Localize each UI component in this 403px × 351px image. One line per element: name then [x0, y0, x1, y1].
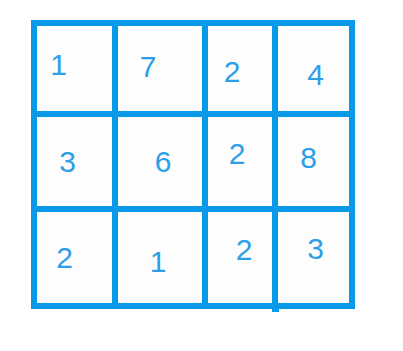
cell-value: 1 [150, 247, 167, 277]
cell-value: 2 [224, 57, 241, 87]
cell-value: 2 [236, 235, 253, 265]
cell-value: 2 [56, 243, 73, 273]
cell-value: 1 [50, 50, 67, 80]
cell-r3c1: 2 [37, 212, 112, 303]
cell-r2c2: 6 [118, 117, 202, 206]
grid-line-overshoot [272, 308, 279, 312]
cell-r2c1: 3 [37, 117, 112, 206]
page: { "game": "number-grid (3x4 digit matrix… [0, 0, 403, 351]
cell-r3c2: 1 [118, 212, 202, 303]
cell-r2c3: 2 [208, 117, 272, 206]
cell-r1c3: 2 [208, 26, 272, 111]
cell-r1c4: 4 [278, 26, 349, 111]
number-grid-board: 1 7 2 4 3 6 2 8 2 1 2 3 [31, 20, 355, 309]
cell-r3c3: 2 [208, 212, 272, 303]
cell-value: 2 [229, 139, 246, 169]
cell-value: 8 [300, 143, 317, 173]
cell-value: 3 [59, 147, 76, 177]
cell-value: 7 [140, 52, 157, 82]
cell-value: 4 [307, 60, 324, 90]
cell-value: 6 [155, 147, 172, 177]
cell-r1c2: 7 [118, 26, 202, 111]
cell-r3c4: 3 [278, 212, 349, 303]
cell-value: 3 [307, 234, 324, 264]
cell-r2c4: 8 [278, 117, 349, 206]
cell-r1c1: 1 [37, 26, 112, 111]
